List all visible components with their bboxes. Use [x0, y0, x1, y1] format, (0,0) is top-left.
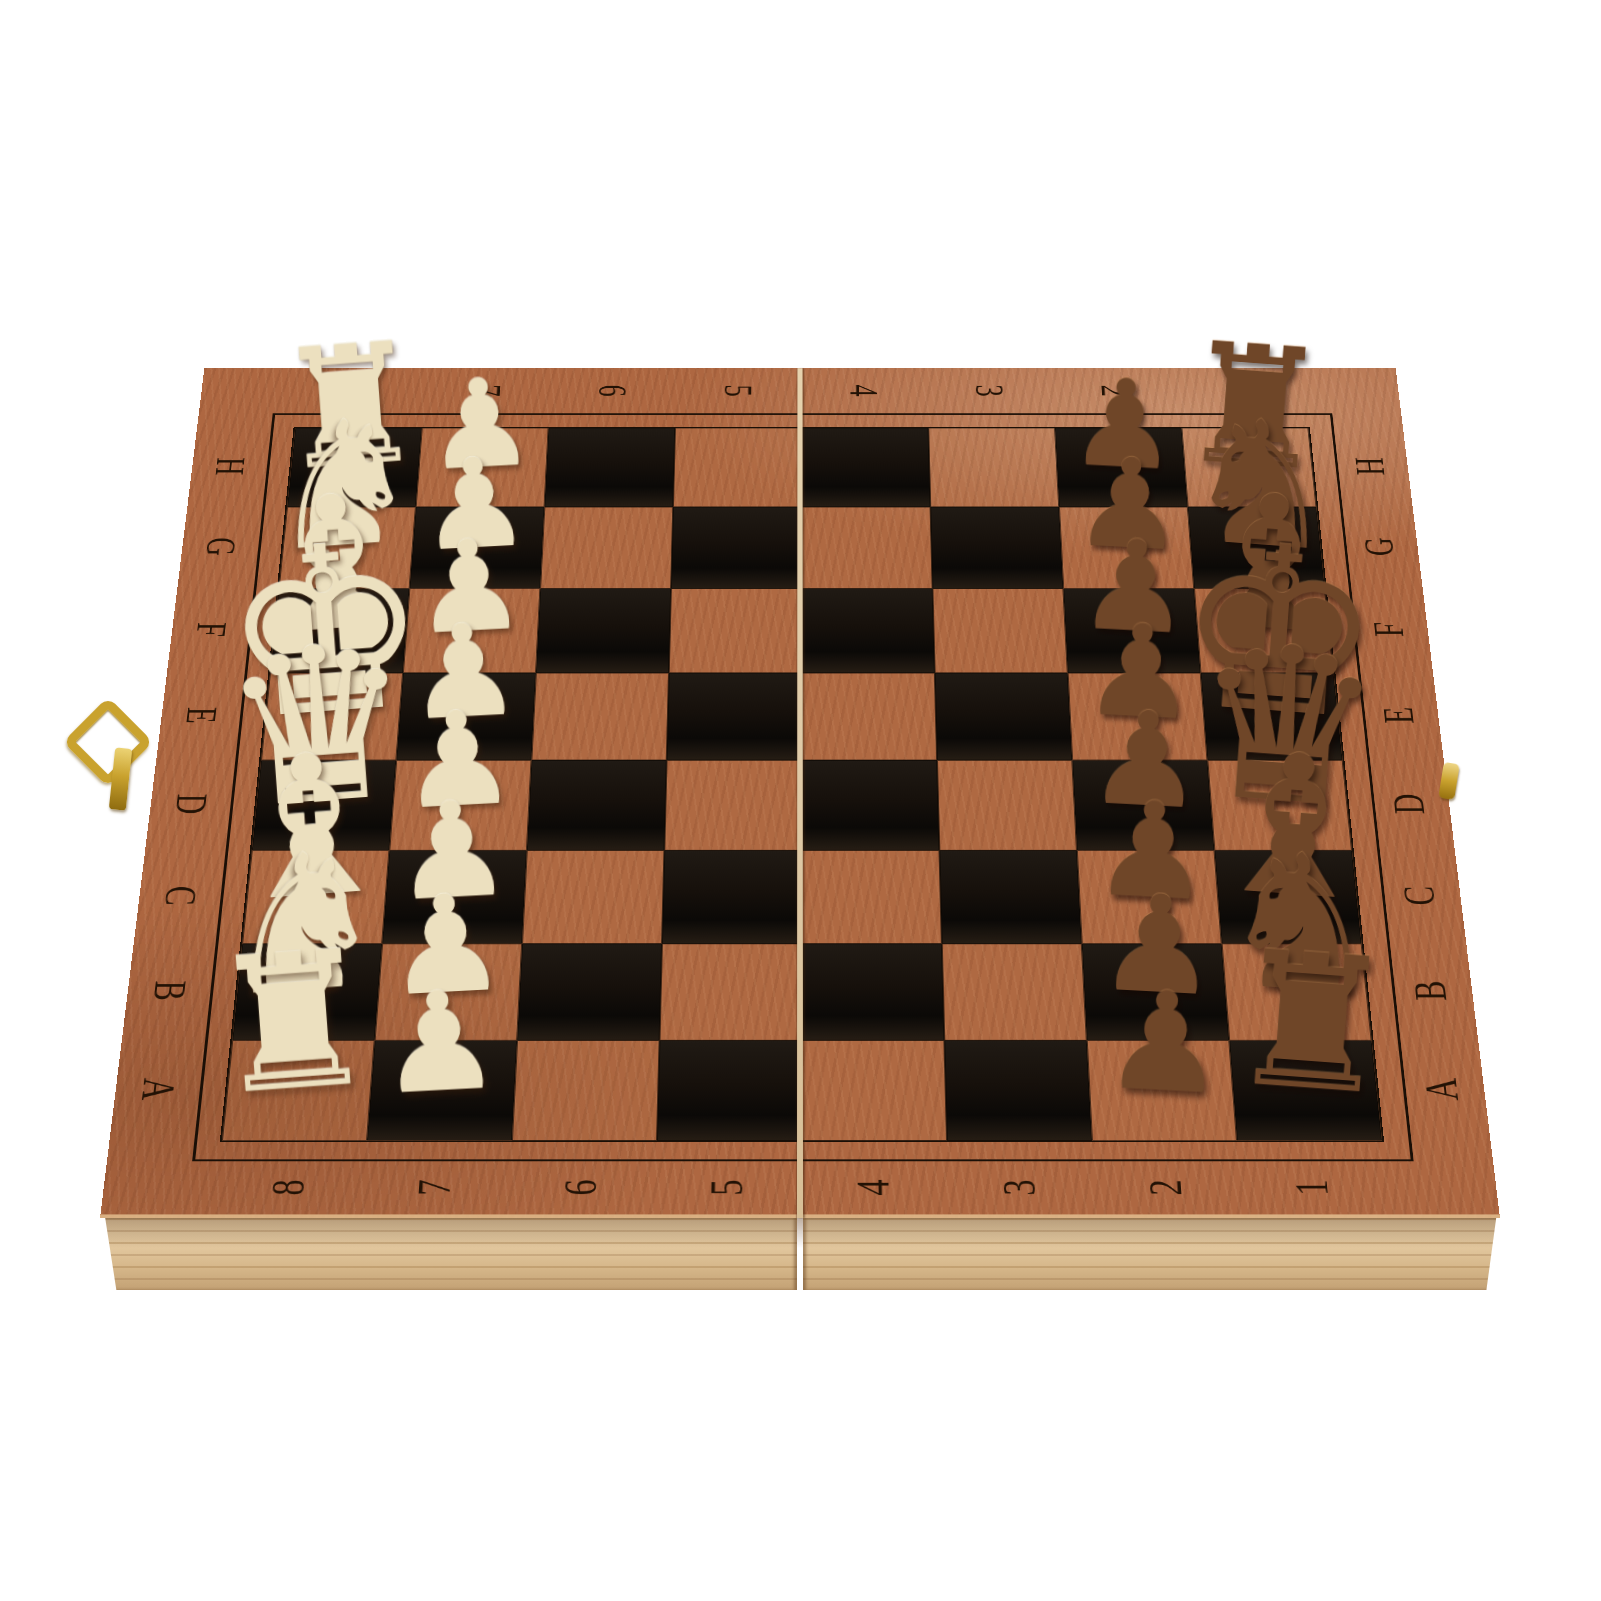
square-b4[interactable]: [802, 944, 944, 1041]
rank-label-top-4: 4: [843, 385, 882, 397]
square-d3[interactable]: [937, 760, 1077, 850]
box-side-left-half: [101, 1218, 797, 1290]
file-label-left-A: A: [134, 1077, 182, 1100]
square-d6[interactable]: [527, 760, 667, 850]
file-label-right-D: D: [1387, 793, 1432, 813]
square-f4[interactable]: [802, 589, 935, 673]
file-label-left-C: C: [157, 886, 203, 905]
square-g4[interactable]: [802, 507, 933, 589]
square-f5[interactable]: [669, 589, 802, 673]
clasp-loop-icon: [63, 697, 154, 788]
square-h5[interactable]: [673, 428, 802, 507]
fold-seam: [797, 368, 803, 1218]
rank-label-top-3: 3: [969, 385, 1009, 397]
brass-clasp: [72, 704, 146, 824]
box-side-right-half: [803, 1218, 1499, 1290]
square-h3[interactable]: [928, 428, 1059, 507]
white-rook-a8[interactable]: ♜: [204, 944, 381, 1105]
square-a5[interactable]: [657, 1040, 802, 1140]
square-g6[interactable]: [540, 507, 673, 589]
square-c5[interactable]: [662, 850, 802, 943]
square-b5[interactable]: [660, 944, 802, 1041]
square-f3[interactable]: [933, 589, 1068, 673]
rank-label-bottom-3: 3: [996, 1179, 1042, 1195]
square-b3[interactable]: [942, 944, 1087, 1041]
chess-set-photo: ♜♟♟♜♞♟♟♞♝♟♟♝♚♟♟♚♛♟♟♛♝♟♟♝♞♟♟♞♜♟♟♜ HGFEDCB…: [0, 0, 1601, 1601]
board-face: ♜♟♟♜♞♟♟♞♝♟♟♝♚♟♟♚♛♟♟♛♝♟♟♝♞♟♟♞♜♟♟♜ HGFEDCB…: [100, 368, 1500, 1218]
square-h6[interactable]: [544, 428, 675, 507]
chess-board: ♜♟♟♜♞♟♟♞♝♟♟♝♚♟♟♚♛♟♟♛♝♟♟♝♞♟♟♞♜♟♟♜ HGFEDCB…: [100, 368, 1500, 1218]
rank-label-bottom-6: 6: [557, 1179, 603, 1195]
file-label-right-A: A: [1418, 1077, 1466, 1100]
rank-label-bottom-2: 2: [1142, 1179, 1189, 1195]
square-a7[interactable]: ♟: [367, 1040, 517, 1140]
square-d5[interactable]: [664, 760, 802, 850]
square-e5[interactable]: [667, 673, 802, 760]
rank-label-bottom-5: 5: [704, 1179, 750, 1195]
square-h4[interactable]: [802, 428, 931, 507]
square-f6[interactable]: [536, 589, 671, 673]
dark-pawn-a2[interactable]: ♟: [1100, 985, 1228, 1101]
square-c6[interactable]: [522, 850, 664, 943]
rank-label-bottom-1: 1: [1288, 1179, 1335, 1195]
white-pawn-a7[interactable]: ♟: [375, 985, 503, 1101]
box-side-panel: [101, 1218, 1499, 1290]
file-label-right-C: C: [1397, 886, 1443, 905]
file-label-left-B: B: [146, 980, 192, 1000]
square-a2[interactable]: ♟: [1087, 1040, 1237, 1140]
square-a3[interactable]: [944, 1040, 1092, 1140]
square-g3[interactable]: [930, 507, 1063, 589]
file-label-left-D: D: [168, 793, 213, 813]
square-g5[interactable]: [671, 507, 802, 589]
rank-label-bottom-8: 8: [265, 1179, 312, 1195]
square-a4[interactable]: [802, 1040, 947, 1140]
dark-rook-a1[interactable]: ♜: [1222, 944, 1399, 1105]
square-c3[interactable]: [939, 850, 1081, 943]
rank-label-top-5: 5: [717, 385, 756, 397]
rank-label-bottom-4: 4: [850, 1179, 896, 1195]
rank-label-top-6: 6: [592, 385, 632, 397]
file-label-right-B: B: [1408, 980, 1454, 1000]
square-b6[interactable]: [517, 944, 662, 1041]
square-a1[interactable]: ♜: [1229, 1040, 1382, 1140]
square-a8[interactable]: ♜: [222, 1040, 375, 1140]
rank-label-bottom-7: 7: [411, 1179, 458, 1195]
square-e6[interactable]: [531, 673, 668, 760]
square-d4[interactable]: [802, 760, 940, 850]
square-c4[interactable]: [802, 850, 942, 943]
square-e3[interactable]: [935, 673, 1072, 760]
square-e4[interactable]: [802, 673, 937, 760]
square-a6[interactable]: [512, 1040, 660, 1140]
